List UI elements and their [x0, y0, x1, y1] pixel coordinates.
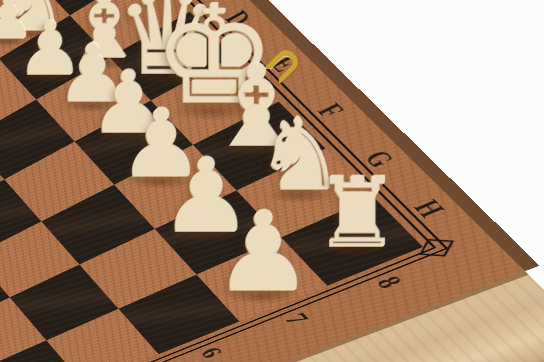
pawn-glyph: ♟: [214, 197, 313, 307]
product-photo-stage: ABCDEFGH 87654321 ♞♟♝♛♟♟♚♟♝♟♞♟♜♟: [0, 0, 544, 362]
pieces-layer: ♞♟♝♛♟♟♚♟♝♟♞♟♜♟: [0, 0, 544, 362]
piece-h7-pawn: ♟: [183, 197, 343, 307]
